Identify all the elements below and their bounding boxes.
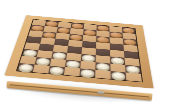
- checkers-board: [4, 15, 153, 88]
- square-b1: [33, 64, 50, 73]
- checkers-product-photo: [0, 0, 170, 102]
- hinge-clasp-icon: [97, 91, 104, 95]
- white-piece[interactable]: [81, 69, 95, 77]
- white-piece[interactable]: [111, 72, 125, 80]
- square-e1[interactable]: [79, 68, 95, 77]
- white-piece[interactable]: [18, 64, 33, 72]
- white-piece[interactable]: [49, 66, 64, 74]
- square-g1[interactable]: [111, 71, 127, 80]
- square-f1: [95, 70, 111, 79]
- square-h1: [126, 72, 142, 81]
- square-c1[interactable]: [48, 66, 65, 75]
- square-d1: [64, 67, 80, 76]
- playing-area: [16, 19, 143, 82]
